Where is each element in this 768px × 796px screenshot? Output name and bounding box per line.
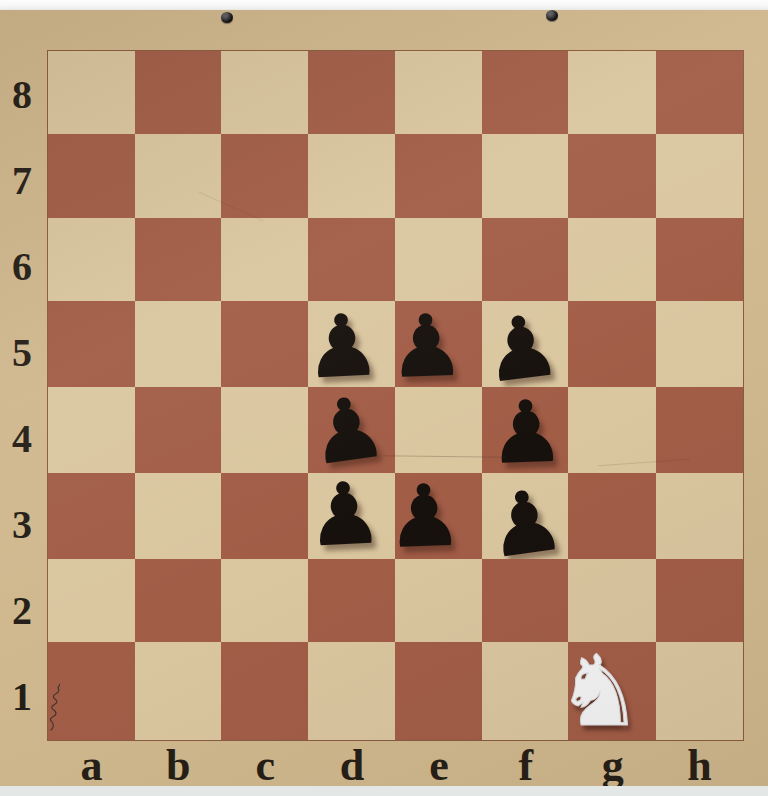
square-d8[interactable]: [308, 51, 395, 134]
square-f2[interactable]: [482, 559, 569, 642]
file-label-e: e: [396, 740, 483, 791]
rank-label-3: 3: [0, 482, 46, 568]
square-f4[interactable]: ♟: [482, 387, 569, 473]
mounting-screw-icon: [546, 10, 558, 21]
square-h7[interactable]: [656, 134, 743, 217]
rank-label-5: 5: [0, 309, 46, 395]
square-c4[interactable]: [221, 387, 308, 473]
square-e1[interactable]: [395, 642, 482, 740]
square-g3[interactable]: [568, 473, 656, 559]
square-d3[interactable]: ♟: [308, 473, 395, 559]
file-label-a: a: [48, 740, 135, 791]
square-e4[interactable]: [395, 387, 482, 473]
square-b3[interactable]: [135, 473, 222, 559]
square-h5[interactable]: [656, 301, 743, 387]
square-e7[interactable]: [395, 134, 482, 217]
rank-label-4: 4: [0, 396, 46, 482]
square-a3[interactable]: [48, 473, 135, 559]
square-e2[interactable]: [395, 559, 482, 642]
square-h8[interactable]: [656, 51, 743, 134]
square-f3[interactable]: ♟: [482, 473, 569, 559]
square-g1[interactable]: ♞: [568, 642, 656, 740]
rank-label-2: 2: [0, 568, 46, 654]
square-g7[interactable]: [568, 134, 656, 217]
square-h6[interactable]: [656, 218, 743, 301]
rank-label-7: 7: [0, 137, 46, 223]
square-c5[interactable]: [221, 301, 308, 387]
square-d7[interactable]: [308, 134, 395, 217]
square-h4[interactable]: [656, 387, 743, 473]
square-d2[interactable]: [308, 559, 395, 642]
black-pawn-e5[interactable]: ♟: [386, 301, 466, 390]
square-a7[interactable]: [48, 134, 135, 217]
square-g4[interactable]: [568, 387, 656, 473]
black-pawn-f4[interactable]: ♟: [487, 387, 567, 476]
mounting-screw-icon: [221, 12, 233, 23]
file-label-h: h: [656, 740, 743, 791]
square-a5[interactable]: [48, 301, 135, 387]
rank-label-6: 6: [0, 223, 46, 309]
file-labels: abcdefgh: [48, 740, 743, 786]
square-e8[interactable]: [395, 51, 482, 134]
square-b6[interactable]: [135, 218, 222, 301]
black-pawn-e3[interactable]: ♟: [384, 471, 464, 560]
file-label-d: d: [309, 740, 396, 791]
square-d4[interactable]: ♟: [308, 387, 395, 473]
rank-label-1: 1: [0, 654, 46, 740]
black-pawn-d3[interactable]: ♟: [304, 469, 386, 559]
black-pawn-f3[interactable]: ♟: [482, 475, 570, 571]
photo-scene: 87654321 ♟♟♟♟♟♟♟♟♞ abcdefgh: [0, 0, 768, 796]
rank-labels: 87654321: [0, 51, 48, 740]
wall-strip-bottom: [0, 786, 768, 796]
square-a4[interactable]: [48, 387, 135, 473]
square-c7[interactable]: [221, 134, 308, 217]
square-b8[interactable]: [135, 51, 222, 134]
rank-label-8: 8: [0, 51, 46, 137]
square-g8[interactable]: [568, 51, 656, 134]
square-b7[interactable]: [135, 134, 222, 217]
square-g2[interactable]: [568, 559, 656, 642]
square-f6[interactable]: [482, 218, 569, 301]
file-label-c: c: [222, 740, 309, 791]
square-f8[interactable]: [482, 51, 569, 134]
square-h2[interactable]: [656, 559, 743, 642]
file-label-b: b: [135, 740, 222, 791]
square-a8[interactable]: [48, 51, 135, 134]
demo-chessboard-panel: 87654321 ♟♟♟♟♟♟♟♟♞ abcdefgh: [0, 10, 768, 790]
file-label-f: f: [482, 740, 569, 791]
square-e3[interactable]: ♟: [395, 473, 482, 559]
square-c2[interactable]: [221, 559, 308, 642]
square-c6[interactable]: [221, 218, 308, 301]
square-d5[interactable]: ♟: [308, 301, 395, 387]
white-knight-g1[interactable]: ♞: [555, 642, 643, 740]
square-b4[interactable]: [135, 387, 222, 473]
square-h1[interactable]: [656, 642, 743, 740]
square-f7[interactable]: [482, 134, 569, 217]
chessboard: ♟♟♟♟♟♟♟♟♞: [48, 51, 743, 740]
square-b1[interactable]: [135, 642, 222, 740]
square-b5[interactable]: [135, 301, 222, 387]
square-d6[interactable]: [308, 218, 395, 301]
square-c3[interactable]: [221, 473, 308, 559]
square-a6[interactable]: [48, 218, 135, 301]
square-a1[interactable]: [48, 642, 135, 740]
square-a2[interactable]: [48, 559, 135, 642]
square-c8[interactable]: [221, 51, 308, 134]
square-d1[interactable]: [308, 642, 395, 740]
square-g5[interactable]: [568, 301, 656, 387]
file-label-g: g: [569, 740, 656, 791]
square-e6[interactable]: [395, 218, 482, 301]
square-f5[interactable]: ♟: [482, 301, 569, 387]
square-g6[interactable]: [568, 218, 656, 301]
square-e5[interactable]: ♟: [395, 301, 482, 387]
square-b2[interactable]: [135, 559, 222, 642]
square-h3[interactable]: [656, 473, 743, 559]
square-c1[interactable]: [221, 642, 308, 740]
